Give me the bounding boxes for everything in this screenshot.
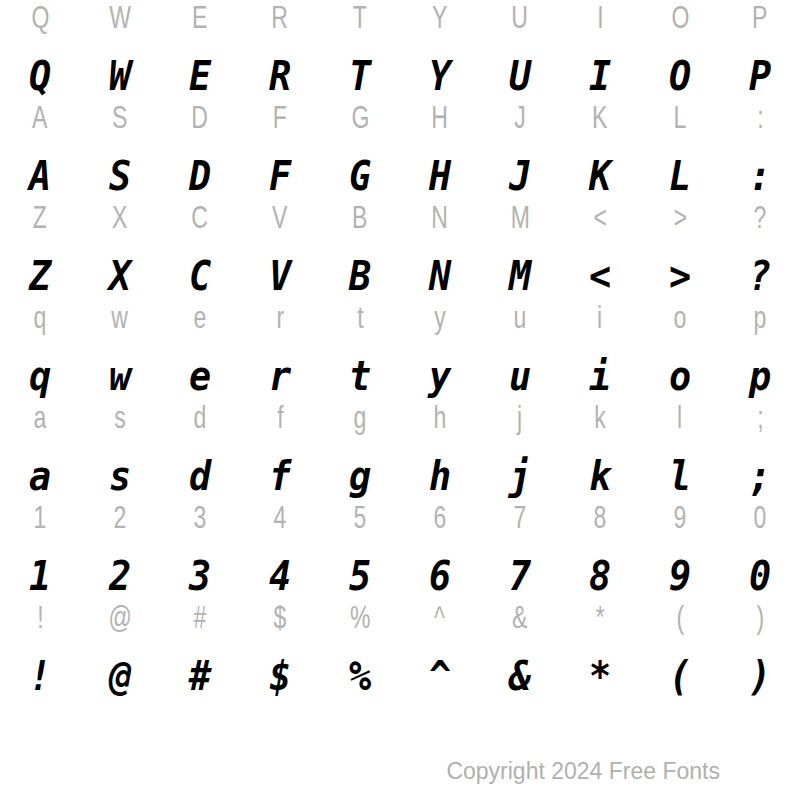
label-char: 5 [354, 501, 367, 533]
glyph-char: ; [749, 456, 771, 496]
label-char: r [276, 301, 284, 333]
glyph-char: P [749, 56, 771, 96]
label-char: 3 [194, 501, 207, 533]
label-char: l [677, 401, 682, 433]
label-char: ( [676, 601, 684, 633]
label-char: d [194, 401, 207, 433]
glyph-char: H [429, 156, 451, 196]
glyph-char: i [589, 356, 611, 396]
label-char-row: ZXCVBNM<>? [0, 200, 800, 234]
glyph-char: ( [669, 656, 691, 696]
glyph-char: $ [269, 656, 291, 696]
glyph-char: J [509, 156, 531, 196]
label-char: i [597, 301, 602, 333]
glyph-char: j [509, 456, 531, 496]
label-char: F [273, 101, 287, 133]
glyph-char: l [669, 456, 691, 496]
glyph-char: # [189, 656, 211, 696]
label-char: 1 [34, 501, 47, 533]
label-char: Z [33, 201, 47, 233]
label-char: Y [432, 1, 447, 33]
glyph-char: > [669, 256, 691, 296]
label-char: B [352, 201, 367, 233]
glyph-char: 5 [349, 556, 371, 596]
label-char: O [671, 1, 689, 33]
glyph-char: ) [749, 656, 771, 696]
label-char: J [514, 101, 526, 133]
label-char: I [597, 1, 603, 33]
label-char-row: 1234567890 [0, 500, 800, 534]
glyph-char: K [589, 156, 611, 196]
label-char: 2 [114, 501, 127, 533]
glyph-char: 3 [189, 556, 211, 596]
glyph-char: F [269, 156, 291, 196]
label-char: 7 [514, 501, 527, 533]
glyph-char: r [269, 356, 291, 396]
glyph-char: M [509, 256, 531, 296]
glyph-char: o [669, 356, 691, 396]
label-char: ; [757, 401, 763, 433]
glyph-char: A [29, 156, 51, 196]
glyph-char: R [269, 56, 291, 96]
label-char: t [357, 301, 363, 333]
label-char-row: qwertyuiop [0, 300, 800, 334]
copyright-watermark: Copyright 2024 Free Fonts [446, 758, 720, 786]
glyph-char: < [589, 256, 611, 296]
label-char: 6 [434, 501, 447, 533]
glyph-char: w [109, 356, 131, 396]
label-char: $ [274, 601, 287, 633]
glyph-char-row: ASDFGHJKL: [0, 134, 800, 200]
glyph-char: N [429, 256, 451, 296]
glyph-char: s [109, 456, 131, 496]
label-char: * [596, 601, 605, 633]
glyph-char: y [429, 356, 451, 396]
glyph-char: & [509, 656, 531, 696]
glyph-char: q [29, 356, 51, 396]
label-char: Q [31, 1, 49, 33]
label-char: K [592, 101, 607, 133]
glyph-char: 4 [269, 556, 291, 596]
glyph-char: h [429, 456, 451, 496]
label-char: < [593, 201, 606, 233]
label-char: M [510, 201, 529, 233]
label-char-row: asdfghjkl; [0, 400, 800, 434]
label-char: k [594, 401, 606, 433]
glyph-char: Q [29, 56, 51, 96]
label-char: X [112, 201, 127, 233]
glyph-char: I [589, 56, 611, 96]
label-char: > [673, 201, 686, 233]
label-char: T [353, 1, 367, 33]
label-char: E [192, 1, 207, 33]
label-char: D [192, 101, 209, 133]
label-char: A [32, 101, 47, 133]
glyph-char: 6 [429, 556, 451, 596]
label-char: s [114, 401, 126, 433]
glyph-char: ^ [429, 656, 451, 696]
glyph-char: f [269, 456, 291, 496]
glyph-char-row: QWERTYUIOP [0, 34, 800, 100]
label-char-row: !@#$%^&*() [0, 600, 800, 634]
glyph-char: 0 [749, 556, 771, 596]
label-char: N [432, 201, 449, 233]
glyph-char: u [509, 356, 531, 396]
glyph-char: E [189, 56, 211, 96]
glyph-char: T [349, 56, 371, 96]
label-char: 4 [274, 501, 287, 533]
glyph-char: 9 [669, 556, 691, 596]
label-char: a [34, 401, 47, 433]
label-char: ) [756, 601, 764, 633]
glyph-char: G [349, 156, 371, 196]
label-char: 9 [674, 501, 687, 533]
label-char: C [192, 201, 209, 233]
glyph-char: ! [29, 656, 51, 696]
glyph-char: C [189, 256, 211, 296]
glyph-char: g [349, 456, 371, 496]
glyph-char: W [109, 56, 131, 96]
label-char: V [272, 201, 287, 233]
label-char: W [109, 1, 131, 33]
label-char: g [354, 401, 367, 433]
label-char: p [754, 301, 767, 333]
glyph-char-row: 1234567890 [0, 534, 800, 600]
glyph-char-row: asdfghjkl; [0, 434, 800, 500]
glyph-char: Y [429, 56, 451, 96]
label-char-row: ASDFGHJKL: [0, 100, 800, 134]
label-char: L [674, 101, 687, 133]
glyph-char: S [109, 156, 131, 196]
glyph-char: 1 [29, 556, 51, 596]
label-char: H [432, 101, 449, 133]
glyph-char: B [349, 256, 371, 296]
label-char: S [112, 101, 127, 133]
glyph-char: a [29, 456, 51, 496]
label-char: U [512, 1, 529, 33]
label-char: % [350, 601, 370, 633]
glyph-char: D [189, 156, 211, 196]
glyph-char: * [589, 656, 611, 696]
glyph-char-row: qwertyuiop [0, 334, 800, 400]
glyph-char: V [269, 256, 291, 296]
font-specimen-grid: QWERTYUIOPQWERTYUIOPASDFGHJKL:ASDFGHJKL:… [0, 0, 800, 700]
glyph-char: p [749, 356, 771, 396]
label-char: 8 [594, 501, 607, 533]
glyph-char: O [669, 56, 691, 96]
glyph-char: 7 [509, 556, 531, 596]
label-char: P [752, 1, 767, 33]
label-char: o [674, 301, 687, 333]
glyph-char: : [749, 156, 771, 196]
label-char: u [514, 301, 527, 333]
glyph-char: 2 [109, 556, 131, 596]
glyph-char: d [189, 456, 211, 496]
label-char: h [434, 401, 447, 433]
glyph-char: U [509, 56, 531, 96]
label-char: & [512, 601, 527, 633]
glyph-char: Z [29, 256, 51, 296]
label-char: : [757, 101, 763, 133]
label-char: 0 [754, 501, 767, 533]
glyph-char: L [669, 156, 691, 196]
label-char: y [434, 301, 446, 333]
label-char: G [351, 101, 369, 133]
label-char: e [194, 301, 207, 333]
glyph-char: % [349, 656, 371, 696]
label-char: ? [754, 201, 767, 233]
glyph-char: 8 [589, 556, 611, 596]
glyph-char-row: !@#$%^&*() [0, 634, 800, 700]
label-char: j [517, 401, 522, 433]
glyph-char: e [189, 356, 211, 396]
label-char: w [112, 301, 129, 333]
glyph-char: k [589, 456, 611, 496]
label-char: # [194, 601, 207, 633]
label-char: @ [108, 601, 131, 633]
label-char: q [34, 301, 47, 333]
label-char: R [272, 1, 289, 33]
glyph-char: @ [109, 656, 131, 696]
glyph-char-row: ZXCVBNM<>? [0, 234, 800, 300]
label-char: f [277, 401, 283, 433]
glyph-char: ? [749, 256, 771, 296]
label-char: ! [37, 601, 43, 633]
glyph-char: t [349, 356, 371, 396]
label-char: ^ [435, 601, 446, 633]
label-char-row: QWERTYUIOP [0, 0, 800, 34]
glyph-char: X [109, 256, 131, 296]
